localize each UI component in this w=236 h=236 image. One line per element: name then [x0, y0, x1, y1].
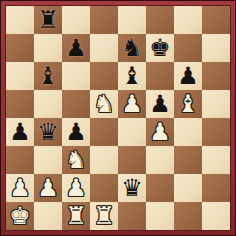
- square-a1[interactable]: ♚: [6, 202, 34, 230]
- square-c8[interactable]: [62, 6, 90, 34]
- piece-black-rook-b8[interactable]: ♜: [34, 6, 62, 34]
- square-e1[interactable]: [118, 202, 146, 230]
- square-f4[interactable]: ♟: [146, 118, 174, 146]
- square-c6[interactable]: [62, 62, 90, 90]
- square-a4[interactable]: ♟: [6, 118, 34, 146]
- square-a6[interactable]: [6, 62, 34, 90]
- square-g1[interactable]: [174, 202, 202, 230]
- square-h7[interactable]: [202, 34, 230, 62]
- square-c2[interactable]: ♟: [62, 174, 90, 202]
- square-h4[interactable]: [202, 118, 230, 146]
- square-e4[interactable]: [118, 118, 146, 146]
- square-b3[interactable]: [34, 146, 62, 174]
- square-b7[interactable]: [34, 34, 62, 62]
- piece-white-bishop-g5[interactable]: ♝: [174, 90, 202, 118]
- square-f5[interactable]: ♟: [146, 90, 174, 118]
- square-f3[interactable]: [146, 146, 174, 174]
- piece-black-bishop-b6[interactable]: ♝: [34, 62, 62, 90]
- piece-black-knight-e7[interactable]: ♞: [118, 34, 146, 62]
- square-b2[interactable]: ♟: [34, 174, 62, 202]
- square-d1[interactable]: ♜: [90, 202, 118, 230]
- square-a5[interactable]: [6, 90, 34, 118]
- piece-white-rook-d1[interactable]: ♜: [90, 202, 118, 230]
- square-b4[interactable]: ♛: [34, 118, 62, 146]
- square-a2[interactable]: ♟: [6, 174, 34, 202]
- square-h6[interactable]: [202, 62, 230, 90]
- square-c3[interactable]: ♞: [62, 146, 90, 174]
- square-f1[interactable]: [146, 202, 174, 230]
- square-e6[interactable]: ♝: [118, 62, 146, 90]
- square-a3[interactable]: [6, 146, 34, 174]
- square-h3[interactable]: [202, 146, 230, 174]
- square-h2[interactable]: [202, 174, 230, 202]
- square-f2[interactable]: [146, 174, 174, 202]
- piece-black-pawn-f5[interactable]: ♟: [146, 90, 174, 118]
- square-b5[interactable]: [34, 90, 62, 118]
- square-e8[interactable]: [118, 6, 146, 34]
- square-d8[interactable]: [90, 6, 118, 34]
- piece-black-queen-e2[interactable]: ♛: [118, 174, 146, 202]
- square-c4[interactable]: ♟: [62, 118, 90, 146]
- square-c1[interactable]: ♜: [62, 202, 90, 230]
- square-g4[interactable]: [174, 118, 202, 146]
- square-g3[interactable]: [174, 146, 202, 174]
- square-d3[interactable]: [90, 146, 118, 174]
- chess-board: ♜♟♞♚♝♝♟♞♟♟♝♟♛♟♟♞♟♟♟♛♚♜♜: [5, 5, 231, 231]
- square-d6[interactable]: [90, 62, 118, 90]
- square-a8[interactable]: [6, 6, 34, 34]
- piece-white-king-a1[interactable]: ♚: [6, 202, 34, 230]
- square-h8[interactable]: [202, 6, 230, 34]
- square-g6[interactable]: ♟: [174, 62, 202, 90]
- square-e2[interactable]: ♛: [118, 174, 146, 202]
- piece-black-pawn-g6[interactable]: ♟: [174, 62, 202, 90]
- square-g7[interactable]: [174, 34, 202, 62]
- piece-black-queen-b4[interactable]: ♛: [34, 118, 62, 146]
- piece-white-knight-d5[interactable]: ♞: [90, 90, 118, 118]
- square-d4[interactable]: [90, 118, 118, 146]
- piece-white-rook-c1[interactable]: ♜: [62, 202, 90, 230]
- piece-white-knight-c3[interactable]: ♞: [62, 146, 90, 174]
- square-g2[interactable]: [174, 174, 202, 202]
- piece-black-pawn-c7[interactable]: ♟: [62, 34, 90, 62]
- piece-black-pawn-a4[interactable]: ♟: [6, 118, 34, 146]
- piece-white-pawn-a2[interactable]: ♟: [6, 174, 34, 202]
- square-d2[interactable]: [90, 174, 118, 202]
- square-f7[interactable]: ♚: [146, 34, 174, 62]
- piece-white-pawn-e5[interactable]: ♟: [118, 90, 146, 118]
- square-a7[interactable]: [6, 34, 34, 62]
- square-c7[interactable]: ♟: [62, 34, 90, 62]
- piece-black-pawn-c4[interactable]: ♟: [62, 118, 90, 146]
- board-frame: ♜♟♞♚♝♝♟♞♟♟♝♟♛♟♟♞♟♟♟♛♚♜♜: [0, 0, 236, 236]
- piece-white-pawn-f4[interactable]: ♟: [146, 118, 174, 146]
- square-d5[interactable]: ♞: [90, 90, 118, 118]
- square-d7[interactable]: [90, 34, 118, 62]
- square-e5[interactable]: ♟: [118, 90, 146, 118]
- piece-black-king-f7[interactable]: ♚: [146, 34, 174, 62]
- square-f6[interactable]: [146, 62, 174, 90]
- square-e7[interactable]: ♞: [118, 34, 146, 62]
- square-b8[interactable]: ♜: [34, 6, 62, 34]
- square-h5[interactable]: [202, 90, 230, 118]
- square-g8[interactable]: [174, 6, 202, 34]
- square-h1[interactable]: [202, 202, 230, 230]
- square-g5[interactable]: ♝: [174, 90, 202, 118]
- square-f8[interactable]: [146, 6, 174, 34]
- square-b1[interactable]: [34, 202, 62, 230]
- square-e3[interactable]: [118, 146, 146, 174]
- square-b6[interactable]: ♝: [34, 62, 62, 90]
- piece-black-bishop-e6[interactable]: ♝: [118, 62, 146, 90]
- piece-white-pawn-c2[interactable]: ♟: [62, 174, 90, 202]
- piece-white-pawn-b2[interactable]: ♟: [34, 174, 62, 202]
- square-c5[interactable]: [62, 90, 90, 118]
